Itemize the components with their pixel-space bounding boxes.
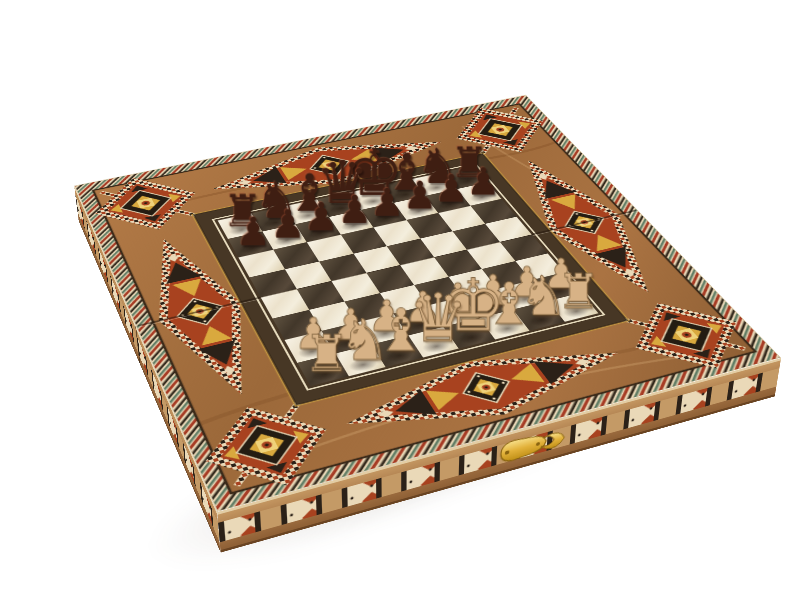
dark-pawn-b7[interactable]: ♟ bbox=[270, 206, 305, 242]
dark-pawn-c7[interactable]: ♟ bbox=[304, 199, 339, 235]
scene: ♜♞♝♛♚♝♞♜♟♟♟♟♟♟♟♟♟♟♟♟♟♟♟♟♜♞♝♛♚♝♞♜ bbox=[0, 0, 800, 600]
dark-pawn-h7[interactable]: ♟ bbox=[466, 165, 500, 200]
dark-pawn-a7[interactable]: ♟ bbox=[236, 214, 271, 250]
dark-pawn-e7[interactable]: ♟ bbox=[370, 185, 404, 220]
dark-pawn-d7[interactable]: ♟ bbox=[337, 192, 372, 228]
photo-stage: ♜♞♝♛♚♝♞♜♟♟♟♟♟♟♟♟♟♟♟♟♟♟♟♟♜♞♝♛♚♝♞♜ bbox=[0, 0, 800, 600]
light-rook-a1[interactable]: ♜ bbox=[304, 330, 349, 377]
dark-pawn-g7[interactable]: ♟ bbox=[435, 171, 469, 206]
chess-box: ♜♞♝♛♚♝♞♜♟♟♟♟♟♟♟♟♟♟♟♟♟♟♟♟♜♞♝♛♚♝♞♜ bbox=[74, 95, 781, 512]
dark-pawn-f7[interactable]: ♟ bbox=[403, 178, 437, 213]
